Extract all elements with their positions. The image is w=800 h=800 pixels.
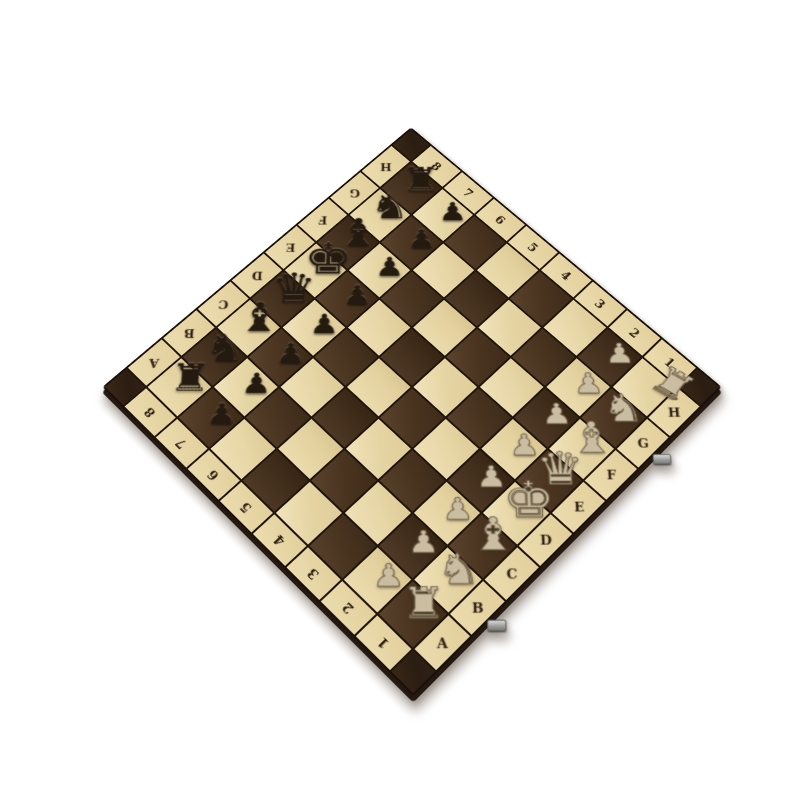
file-label-d-top-text: D (251, 270, 262, 281)
black-pawn-a7[interactable]: ♟ (198, 394, 244, 427)
rank-label-8-left-text: 8 (142, 405, 158, 419)
file-label-d-bottom-text: D (539, 533, 551, 546)
rank-label-7-left-text: 7 (174, 436, 190, 451)
chess-board: ABCDEFGH8♜♞♝♛♚♝♞♜87♟♟♟♟♟♟♟♟7665544332♟♟♟… (105, 129, 719, 693)
file-label-g-bottom-text: G (637, 437, 649, 449)
file-label-b-top-text: B (183, 327, 195, 338)
black-pawn-d7[interactable]: ♟ (302, 305, 346, 337)
board-perspective-wrapper: ABCDEFGH8♜♞♝♛♚♝♞♜87♟♟♟♟♟♟♟♟7665544332♟♟♟… (105, 129, 719, 693)
product-photo-scene: ABCDEFGH8♜♞♝♛♚♝♞♜87♟♟♟♟♟♟♟♟7665544332♟♟♟… (0, 0, 800, 800)
rank-label-4-left-text: 4 (271, 532, 287, 548)
file-label-f-bottom-text: F (606, 468, 616, 481)
rank-label-6-left-text: 6 (206, 467, 222, 482)
file-label-c-bottom-text: C (506, 567, 517, 580)
file-label-e-bottom-text: E (573, 501, 584, 514)
black-rook-a8[interactable]: ♜ (166, 353, 211, 397)
rank-label-4-right-text: 4 (559, 269, 574, 282)
file-label-f-top-text: F (318, 214, 327, 225)
rank-label-1-left-text: 1 (375, 634, 392, 651)
file-label-e-top-text: E (285, 242, 295, 253)
rank-label-5-left-text: 5 (238, 499, 254, 514)
metal-clasp-near-g (652, 454, 671, 464)
file-label-h-top-text: H (380, 161, 392, 171)
black-pawn-c7[interactable]: ♟ (268, 334, 313, 366)
file-label-h-bottom-text: H (667, 406, 680, 418)
rank-label-3-left-text: 3 (305, 566, 322, 582)
metal-clasp-near-b (487, 620, 507, 632)
file-label-g-top-text: G (349, 188, 360, 198)
rank-label-6-right-text: 6 (493, 213, 508, 226)
white-rook-a1[interactable]: ♜ (400, 578, 448, 625)
file-label-a-bottom-text: A (437, 636, 448, 650)
file-label-a-top-text: A (149, 357, 160, 369)
rank-label-3-right-text: 3 (593, 297, 608, 310)
black-pawn-e7[interactable]: ♟ (335, 276, 379, 308)
file-label-c-top-text: C (218, 298, 229, 309)
rank-label-5-right-text: 5 (526, 241, 541, 254)
file-label-b-bottom-text: B (471, 601, 483, 615)
rank-label-2-left-text: 2 (340, 600, 357, 616)
black-pawn-b7[interactable]: ♟ (233, 364, 278, 396)
